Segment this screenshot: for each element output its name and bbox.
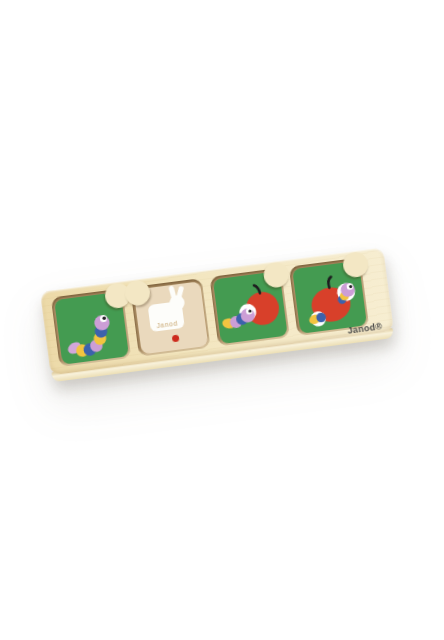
product-photo: Janod: [0, 0, 444, 640]
puzzle-slot-2: Janod: [130, 278, 210, 357]
puzzle-piece-caterpillar[interactable]: [54, 291, 129, 364]
puzzle-piece-caterpillar-apple[interactable]: [212, 271, 287, 344]
logo-red-dot-icon: [171, 335, 179, 343]
logo-backing: Janod: [133, 281, 208, 354]
puzzle-board: Janod: [40, 247, 395, 382]
caterpillar-icon: [219, 303, 258, 331]
logo-text: Janod: [150, 318, 185, 329]
puzzle-slot-1: [51, 288, 131, 367]
logo-plate: Janod: [148, 301, 185, 332]
puzzle-slot-3: [209, 268, 289, 347]
puzzle-piece-caterpillar-in-apple[interactable]: [292, 260, 367, 333]
